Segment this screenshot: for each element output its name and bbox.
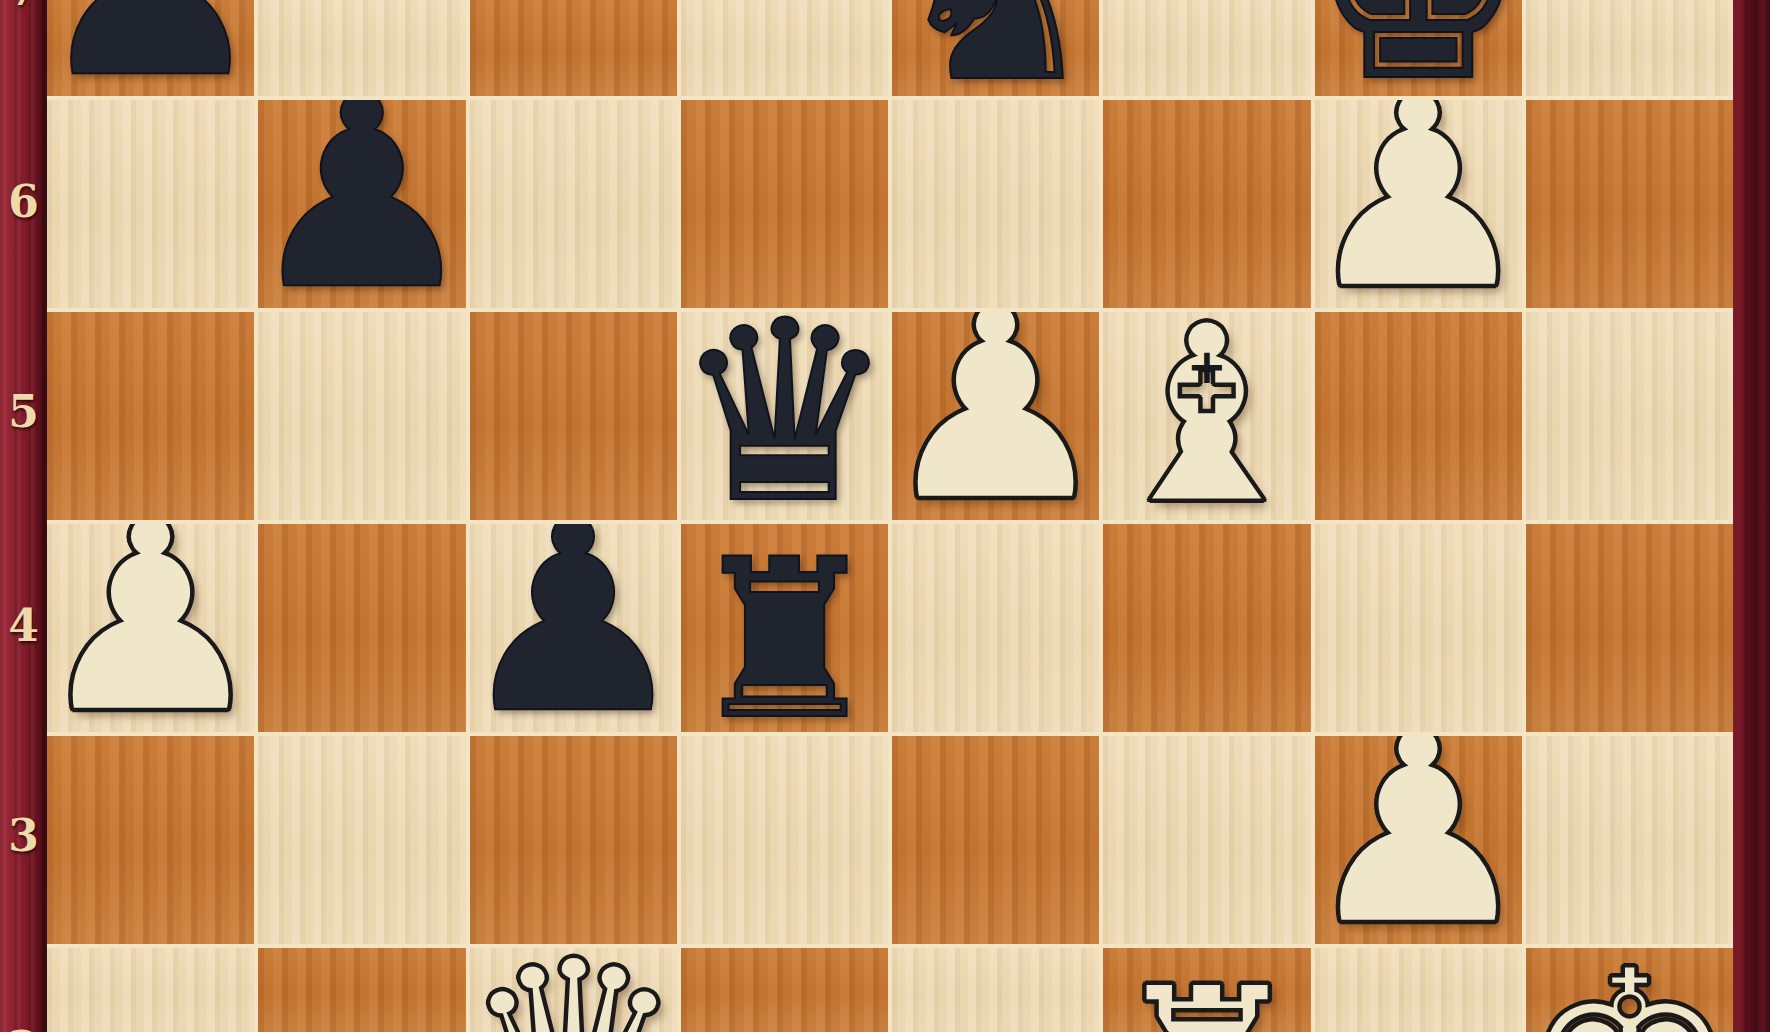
white-pawn-a4[interactable]: ♟ bbox=[47, 524, 254, 732]
white-queen-c2[interactable]: ♛ bbox=[470, 948, 677, 1032]
square-h5[interactable] bbox=[1526, 312, 1733, 520]
square-f2[interactable]: ♜ bbox=[1103, 948, 1310, 1032]
square-b3[interactable] bbox=[258, 736, 465, 944]
square-a2[interactable] bbox=[47, 948, 254, 1032]
square-b2[interactable] bbox=[258, 948, 465, 1032]
square-a3[interactable] bbox=[47, 736, 254, 944]
square-e7[interactable]: ♞ bbox=[892, 0, 1099, 96]
bishop-mitre-cross-icon: + bbox=[1187, 342, 1227, 390]
square-e5[interactable]: ♟ bbox=[892, 312, 1099, 520]
white-pawn-e5[interactable]: ♟ bbox=[892, 312, 1099, 520]
square-c4[interactable]: ♟ bbox=[470, 524, 677, 732]
square-d4[interactable]: ♜ bbox=[681, 524, 888, 732]
white-pawn-g3[interactable]: ♟ bbox=[1315, 736, 1522, 944]
square-e4[interactable] bbox=[892, 524, 1099, 732]
square-a5[interactable] bbox=[47, 312, 254, 520]
square-c5[interactable] bbox=[470, 312, 677, 520]
square-e3[interactable] bbox=[892, 736, 1099, 944]
square-h4[interactable] bbox=[1526, 524, 1733, 732]
rank-label-2: 2 bbox=[0, 1020, 47, 1032]
square-h6[interactable] bbox=[1526, 100, 1733, 308]
square-c2[interactable]: ♛ bbox=[470, 948, 677, 1032]
square-h2[interactable]: ♚ bbox=[1526, 948, 1733, 1032]
square-g3[interactable]: ♟ bbox=[1315, 736, 1522, 944]
square-g6[interactable]: ♟ bbox=[1315, 100, 1522, 308]
square-d5[interactable]: ♛ bbox=[681, 312, 888, 520]
square-f7[interactable] bbox=[1103, 0, 1310, 96]
square-d6[interactable] bbox=[681, 100, 888, 308]
square-h7[interactable] bbox=[1526, 0, 1733, 96]
black-pawn-a7[interactable]: ♟ bbox=[47, 0, 254, 96]
chess-board: ♟♞♚♟♟♛♟♝+♟♟♜♟♛♜♚ bbox=[47, 0, 1733, 1032]
rank-label-7: 7 bbox=[0, 0, 47, 18]
square-g5[interactable] bbox=[1315, 312, 1522, 520]
square-d3[interactable] bbox=[681, 736, 888, 944]
square-c7[interactable] bbox=[470, 0, 677, 96]
board-frame-right bbox=[1733, 0, 1770, 1032]
square-h3[interactable] bbox=[1526, 736, 1733, 944]
black-pawn-c4[interactable]: ♟ bbox=[470, 524, 677, 732]
square-f4[interactable] bbox=[1103, 524, 1310, 732]
black-pawn-b6[interactable]: ♟ bbox=[258, 100, 465, 308]
rank-label-6: 6 bbox=[0, 174, 47, 230]
board-frame-left: 765432 bbox=[0, 0, 47, 1032]
square-b6[interactable]: ♟ bbox=[258, 100, 465, 308]
rank-label-4: 4 bbox=[0, 598, 47, 654]
square-g7[interactable]: ♚ bbox=[1315, 0, 1522, 96]
square-d2[interactable] bbox=[681, 948, 888, 1032]
white-pawn-g6[interactable]: ♟ bbox=[1315, 100, 1522, 308]
black-knight-e7[interactable]: ♞ bbox=[892, 0, 1099, 96]
rank-label-5: 5 bbox=[0, 384, 47, 440]
square-b5[interactable] bbox=[258, 312, 465, 520]
black-rook-d4[interactable]: ♜ bbox=[686, 530, 883, 732]
square-c6[interactable] bbox=[470, 100, 677, 308]
square-e6[interactable] bbox=[892, 100, 1099, 308]
square-a4[interactable]: ♟ bbox=[47, 524, 254, 732]
rank-label-3: 3 bbox=[0, 808, 47, 864]
black-king-g7[interactable]: ♚ bbox=[1315, 0, 1522, 96]
square-d7[interactable] bbox=[681, 0, 888, 96]
black-queen-d5[interactable]: ♛ bbox=[681, 312, 888, 520]
square-b7[interactable] bbox=[258, 0, 465, 96]
square-b4[interactable] bbox=[258, 524, 465, 732]
square-a7[interactable]: ♟ bbox=[47, 0, 254, 96]
square-f5[interactable]: ♝+ bbox=[1103, 312, 1310, 520]
square-e2[interactable] bbox=[892, 948, 1099, 1032]
square-c3[interactable] bbox=[470, 736, 677, 944]
white-king-h2[interactable]: ♚ bbox=[1526, 948, 1733, 1032]
square-g2[interactable] bbox=[1315, 948, 1522, 1032]
square-g4[interactable] bbox=[1315, 524, 1522, 732]
square-f6[interactable] bbox=[1103, 100, 1310, 308]
square-f3[interactable] bbox=[1103, 736, 1310, 944]
chess-diagram: ♟♞♚♟♟♛♟♝+♟♟♜♟♛♜♚ 765432 bbox=[0, 0, 1770, 1032]
square-a6[interactable] bbox=[47, 100, 254, 308]
white-rook-f2[interactable]: ♜ bbox=[1108, 958, 1305, 1032]
